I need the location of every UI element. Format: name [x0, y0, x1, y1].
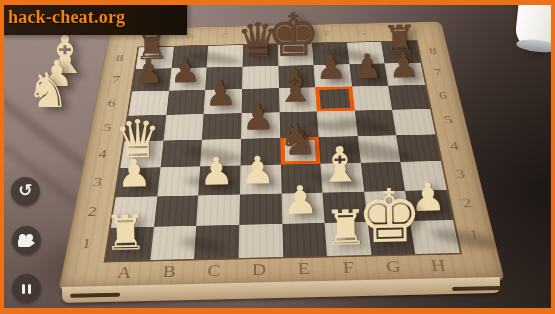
- watermark-banner[interactable]: hack-cheat.org: [0, 0, 187, 35]
- piece-white-pawn-e2[interactable]: ♟: [282, 180, 318, 220]
- rank-label-right-4: 4: [438, 133, 470, 160]
- file-label-F: F: [326, 259, 372, 278]
- rank-label-right-2: 2: [450, 188, 484, 219]
- watermark-text: hack-cheat.org: [0, 7, 125, 28]
- rank-label-left-8: 8: [106, 47, 133, 69]
- file-label-D: D: [237, 261, 282, 280]
- pause-button[interactable]: [12, 274, 41, 303]
- square-d2[interactable]: [239, 193, 282, 225]
- square-b2[interactable]: [154, 195, 199, 227]
- rank-label-right-7: 7: [423, 61, 452, 84]
- chess-app-screen: AABBCCDDEEFFGGHH1122334455667788 ♜♛♚♜♟♟♟…: [0, 0, 555, 314]
- rank-label-left-1: 1: [69, 227, 103, 260]
- piece-black-king-e8[interactable]: ♚: [266, 5, 320, 65]
- piece-black-pawn-g7[interactable]: ♟: [352, 49, 383, 83]
- piece-black-pawn-a7[interactable]: ♟: [133, 54, 164, 88]
- undo-button[interactable]: ↺: [11, 177, 40, 206]
- square-d1[interactable]: [239, 224, 283, 258]
- board-hinge-slot: [70, 293, 120, 298]
- rank-label-right-5: 5: [433, 107, 464, 132]
- square-g6[interactable]: [352, 86, 392, 111]
- pause-icon: [22, 284, 31, 294]
- square-b5[interactable]: [163, 114, 204, 140]
- square-c2[interactable]: [196, 194, 239, 226]
- captured-white-knight: ♞: [26, 66, 69, 114]
- piece-black-bishop-e6[interactable]: ♝: [275, 64, 316, 109]
- square-h6[interactable]: [388, 85, 430, 110]
- rank-label-right-3: 3: [444, 159, 477, 188]
- file-label-E: E: [281, 260, 326, 279]
- file-label-G: G: [344, 29, 379, 38]
- camera-view-button[interactable]: [12, 226, 41, 255]
- rank-label-right-6: 6: [428, 84, 458, 108]
- piece-black-pawn-f7[interactable]: ♟: [315, 50, 346, 84]
- file-label-A: A: [101, 264, 148, 283]
- rank-label-left-3: 3: [81, 168, 113, 197]
- piece-white-rook-a1[interactable]: ♜: [103, 208, 147, 257]
- rank-label-left-4: 4: [87, 140, 118, 167]
- file-label-G: G: [370, 258, 417, 277]
- board-hinge-slot: [452, 286, 502, 291]
- piece-white-pawn-d3[interactable]: ♟: [240, 152, 275, 191]
- piece-black-pawn-h7[interactable]: ♟: [388, 48, 419, 82]
- file-label-B: B: [146, 263, 192, 282]
- piece-black-pawn-d5[interactable]: ♟: [241, 99, 274, 135]
- board-scene: AABBCCDDEEFFGGHH1122334455667788 ♜♛♚♜♟♟♟…: [52, 19, 503, 290]
- square-h5[interactable]: [392, 109, 435, 135]
- undo-arrow-icon: ↺: [18, 182, 32, 199]
- video-camera-icon: [18, 234, 35, 247]
- rank-label-right-8: 8: [419, 40, 447, 61]
- piece-black-pawn-b7[interactable]: ♟: [169, 53, 200, 87]
- file-label-C: C: [191, 262, 236, 281]
- rank-label-left-7: 7: [102, 68, 130, 91]
- square-b6[interactable]: [166, 90, 205, 115]
- square-c5[interactable]: [202, 113, 241, 139]
- piece-white-pawn-a3[interactable]: ♟: [117, 155, 152, 194]
- piece-black-pawn-c6[interactable]: ♟: [204, 75, 236, 110]
- coffee-mug: [514, 0, 555, 52]
- square-e1[interactable]: [282, 223, 327, 257]
- rank-label-right-1: 1: [457, 218, 493, 251]
- square-f6[interactable]: [315, 87, 354, 112]
- piece-black-knight-e4[interactable]: ♞: [277, 117, 317, 162]
- piece-white-pawn-c3[interactable]: ♟: [199, 153, 234, 192]
- piece-white-king-g1[interactable]: ♚: [356, 179, 423, 254]
- file-label-H: H: [415, 257, 462, 276]
